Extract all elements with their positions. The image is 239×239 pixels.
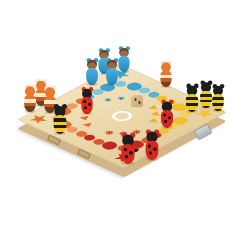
- piece-orange-fox-5[interactable]: [159, 61, 173, 87]
- piece-red-ladybug-15[interactable]: [159, 100, 174, 129]
- piece-body: [54, 115, 67, 134]
- piece-body: [160, 70, 171, 87]
- piece-body: [145, 141, 158, 160]
- piece-blue-cat-4[interactable]: [85, 58, 99, 85]
- piece-red-ladybug-16[interactable]: [80, 87, 94, 114]
- piece-body: [186, 94, 198, 112]
- piece-yellow-bee-11[interactable]: [211, 84, 225, 111]
- piece-red-ladybug-13[interactable]: [120, 133, 137, 165]
- piece-body: [86, 68, 98, 85]
- piece-yellow-bee-9[interactable]: [184, 84, 199, 113]
- metal-latch-icon: [193, 123, 212, 140]
- hinge-icon-1: [47, 134, 61, 145]
- die-pip: [138, 101, 141, 104]
- product-photo-scene: ★★★▲▲▲❋❋❋▲▲▲★★★★: [0, 0, 239, 239]
- die-pip: [134, 98, 137, 101]
- piece-body: [118, 56, 129, 72]
- piece-blue-cat-3[interactable]: [105, 58, 119, 85]
- piece-body: [121, 144, 135, 164]
- piece-body: [106, 68, 118, 85]
- piece-orange-fox-6[interactable]: [23, 84, 38, 112]
- wooden-die[interactable]: [132, 95, 143, 106]
- pieces-layer: [0, 0, 239, 239]
- piece-body: [24, 95, 36, 112]
- piece-body: [161, 110, 173, 128]
- hinge-icon-2: [77, 148, 91, 159]
- piece-body: [212, 94, 224, 111]
- piece-red-ladybug-14[interactable]: [144, 129, 160, 160]
- piece-body: [81, 97, 93, 114]
- piece-yellow-bee-12[interactable]: [52, 104, 68, 134]
